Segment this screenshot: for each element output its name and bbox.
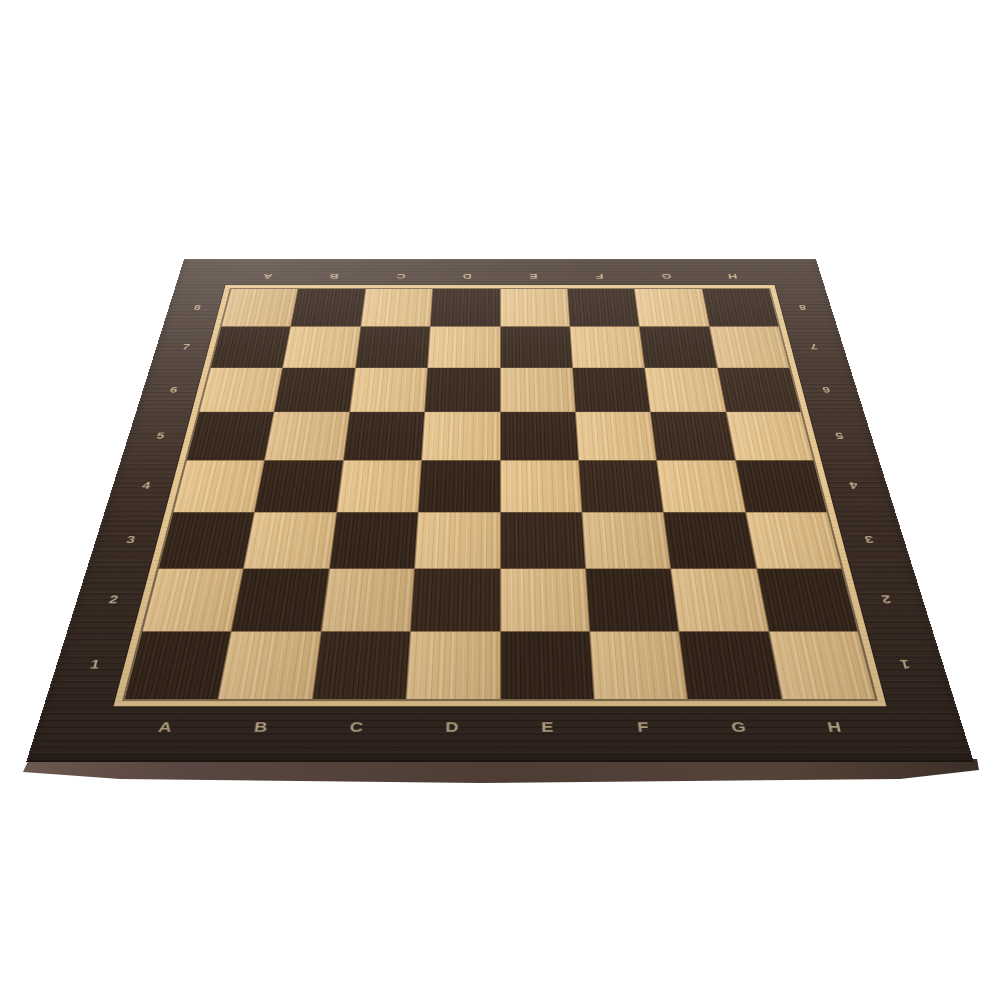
square-g3 bbox=[664, 512, 756, 568]
square-c4 bbox=[337, 460, 421, 511]
square-f4 bbox=[579, 460, 663, 511]
square-f1 bbox=[590, 632, 687, 699]
square-c7 bbox=[356, 327, 430, 368]
file-label-top-b: B bbox=[299, 267, 369, 287]
square-f2 bbox=[586, 569, 678, 630]
square-f8 bbox=[568, 289, 639, 327]
square-g5 bbox=[651, 412, 735, 459]
square-h2 bbox=[757, 569, 857, 630]
file-label-bottom-g: G bbox=[688, 706, 790, 746]
square-e1 bbox=[501, 632, 594, 699]
square-d5 bbox=[422, 412, 499, 459]
file-label-top-f: F bbox=[566, 267, 634, 287]
square-g8 bbox=[635, 289, 709, 327]
file-label-top-g: G bbox=[631, 267, 701, 287]
square-h4 bbox=[736, 460, 827, 511]
square-h1 bbox=[769, 632, 875, 699]
square-d2 bbox=[411, 569, 499, 630]
square-b6 bbox=[275, 368, 355, 412]
board-grid bbox=[125, 289, 875, 699]
square-b2 bbox=[232, 569, 328, 630]
square-f5 bbox=[576, 412, 656, 459]
rank-label-right-8: 8 bbox=[777, 289, 828, 327]
square-d4 bbox=[419, 460, 500, 511]
square-e3 bbox=[501, 512, 585, 568]
square-a5 bbox=[187, 412, 274, 459]
square-g7 bbox=[640, 327, 717, 368]
file-label-bottom-a: A bbox=[113, 706, 218, 746]
rank-label-right-7: 7 bbox=[787, 327, 840, 368]
file-label-top-e: E bbox=[500, 267, 567, 287]
chess-board: AABBCCDDEEFFGGHH8877665544332211 bbox=[26, 259, 974, 762]
file-label-bottom-e: E bbox=[500, 706, 597, 746]
square-h8 bbox=[702, 289, 778, 327]
square-b4 bbox=[255, 460, 342, 511]
square-c8 bbox=[361, 289, 432, 327]
square-c2 bbox=[322, 569, 414, 630]
square-d3 bbox=[415, 512, 499, 568]
file-label-bottom-b: B bbox=[210, 706, 312, 746]
square-a3 bbox=[159, 512, 254, 568]
square-h6 bbox=[718, 368, 801, 412]
square-a4 bbox=[174, 460, 265, 511]
square-b3 bbox=[244, 512, 336, 568]
square-g1 bbox=[680, 632, 781, 699]
file-label-top-d: D bbox=[433, 267, 500, 287]
square-g4 bbox=[657, 460, 744, 511]
square-b8 bbox=[291, 289, 365, 327]
square-d7 bbox=[428, 327, 499, 368]
square-f3 bbox=[582, 512, 670, 568]
square-h3 bbox=[746, 512, 841, 568]
file-label-top-h: H bbox=[697, 267, 768, 287]
square-h5 bbox=[726, 412, 813, 459]
file-label-top-a: A bbox=[232, 267, 303, 287]
square-a6 bbox=[200, 368, 283, 412]
square-f6 bbox=[573, 368, 650, 412]
square-d6 bbox=[425, 368, 499, 412]
square-c5 bbox=[344, 412, 424, 459]
file-label-bottom-h: H bbox=[783, 706, 888, 746]
square-c6 bbox=[350, 368, 427, 412]
square-c3 bbox=[330, 512, 418, 568]
square-e5 bbox=[500, 412, 577, 459]
square-e6 bbox=[500, 368, 574, 412]
square-a1 bbox=[125, 632, 231, 699]
file-label-bottom-d: D bbox=[403, 706, 500, 746]
square-g2 bbox=[671, 569, 767, 630]
square-a8 bbox=[222, 289, 298, 327]
file-label-bottom-c: C bbox=[306, 706, 405, 746]
square-b7 bbox=[283, 327, 360, 368]
file-label-top-c: C bbox=[366, 267, 434, 287]
square-a7 bbox=[211, 327, 290, 368]
square-d1 bbox=[407, 632, 500, 699]
file-label-bottom-f: F bbox=[594, 706, 693, 746]
square-e4 bbox=[501, 460, 582, 511]
square-g6 bbox=[645, 368, 725, 412]
square-e8 bbox=[500, 289, 569, 327]
square-e2 bbox=[501, 569, 589, 630]
square-c1 bbox=[313, 632, 410, 699]
square-a2 bbox=[143, 569, 243, 630]
square-h7 bbox=[710, 327, 789, 368]
square-e7 bbox=[500, 327, 571, 368]
square-b5 bbox=[265, 412, 349, 459]
square-b1 bbox=[219, 632, 320, 699]
chessboard-photo-scene: AABBCCDDEEFFGGHH8877665544332211 bbox=[0, 0, 1000, 1000]
square-f7 bbox=[570, 327, 644, 368]
square-d8 bbox=[431, 289, 500, 327]
